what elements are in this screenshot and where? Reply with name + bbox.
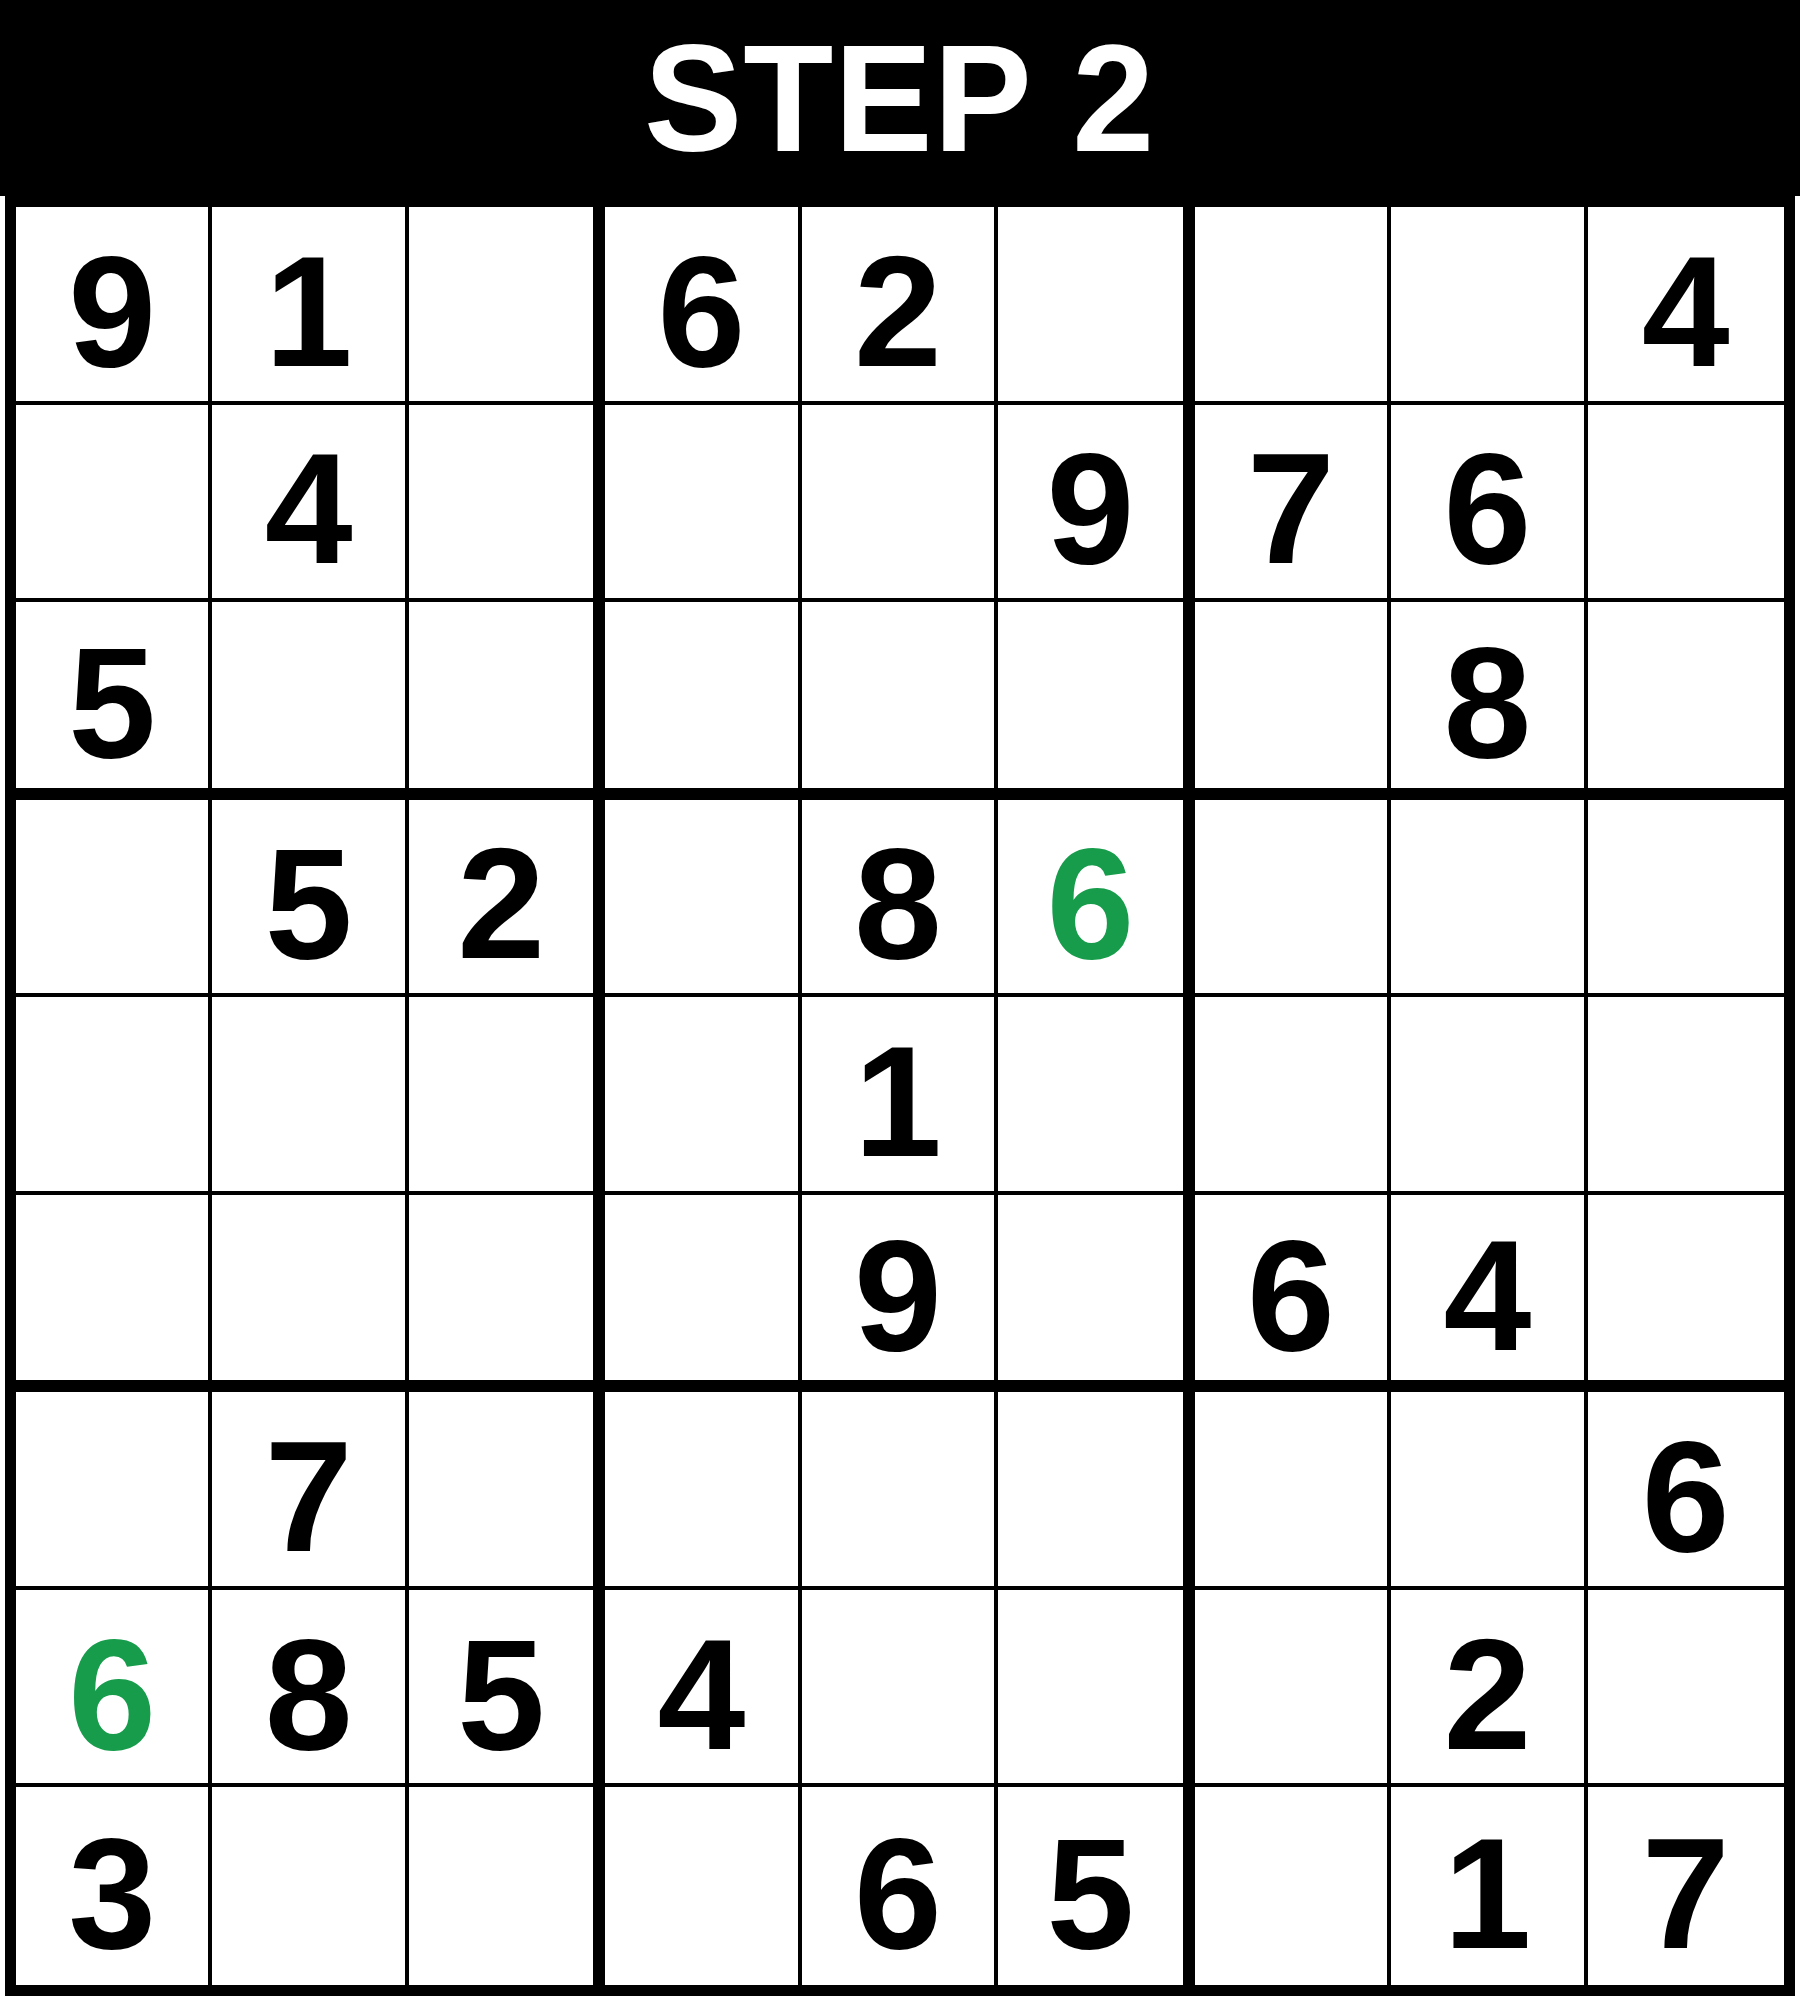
cell-r7c3: [409, 1392, 605, 1590]
cell-r8c7: [1195, 1590, 1391, 1788]
cell-r7c2: 7: [212, 1392, 408, 1590]
cell-r4c1: [16, 800, 212, 998]
cell-r3c1: 5: [16, 602, 212, 800]
cell-r4c5: 8: [802, 800, 998, 998]
cell-r1c1: 9: [16, 207, 212, 405]
sudoku-board: 9162449765852861964766854236517: [5, 196, 1795, 1996]
cell-r6c4: [605, 1195, 801, 1393]
cell-r9c2: [212, 1787, 408, 1985]
cell-r2c1: [16, 405, 212, 603]
cell-r9c6: 5: [998, 1787, 1194, 1985]
cell-r6c6: [998, 1195, 1194, 1393]
cell-r4c2: 5: [212, 800, 408, 998]
cell-r4c6: 6: [998, 800, 1194, 998]
cell-r4c4: [605, 800, 801, 998]
cell-r6c5: 9: [802, 1195, 998, 1393]
cell-r5c4: [605, 997, 801, 1195]
cell-r7c9: 6: [1588, 1392, 1784, 1590]
cell-r2c4: [605, 405, 801, 603]
cell-r3c7: [1195, 602, 1391, 800]
cell-r5c5: 1: [802, 997, 998, 1195]
cell-r5c3: [409, 997, 605, 1195]
cell-r1c4: 6: [605, 207, 801, 405]
cell-r1c6: [998, 207, 1194, 405]
cell-r9c5: 6: [802, 1787, 998, 1985]
cell-r7c7: [1195, 1392, 1391, 1590]
cell-r9c8: 1: [1391, 1787, 1587, 1985]
cell-r8c9: [1588, 1590, 1784, 1788]
cell-r5c6: [998, 997, 1194, 1195]
cell-r2c8: 6: [1391, 405, 1587, 603]
cell-r4c9: [1588, 800, 1784, 998]
cell-r2c2: 4: [212, 405, 408, 603]
cell-r8c6: [998, 1590, 1194, 1788]
cell-r1c7: [1195, 207, 1391, 405]
cell-r3c5: [802, 602, 998, 800]
cell-r3c2: [212, 602, 408, 800]
cell-r4c7: [1195, 800, 1391, 998]
cell-r3c4: [605, 602, 801, 800]
puzzle-title: STEP 2: [644, 22, 1155, 174]
cell-r6c2: [212, 1195, 408, 1393]
cell-r7c1: [16, 1392, 212, 1590]
cell-r9c1: 3: [16, 1787, 212, 1985]
cell-r1c8: [1391, 207, 1587, 405]
cell-r1c5: 2: [802, 207, 998, 405]
cell-r4c8: [1391, 800, 1587, 998]
cell-r8c8: 2: [1391, 1590, 1587, 1788]
cell-r2c9: [1588, 405, 1784, 603]
cell-r6c3: [409, 1195, 605, 1393]
cell-r2c3: [409, 405, 605, 603]
cell-r5c8: [1391, 997, 1587, 1195]
cell-r5c9: [1588, 997, 1784, 1195]
cell-r1c2: 1: [212, 207, 408, 405]
cell-r7c6: [998, 1392, 1194, 1590]
cell-r5c1: [16, 997, 212, 1195]
cell-r9c4: [605, 1787, 801, 1985]
cell-r8c3: 5: [409, 1590, 605, 1788]
cell-r6c1: [16, 1195, 212, 1393]
cell-r8c2: 8: [212, 1590, 408, 1788]
cell-r2c7: 7: [1195, 405, 1391, 603]
cell-r3c3: [409, 602, 605, 800]
title-bar: STEP 2: [0, 0, 1800, 196]
cell-r8c1: 6: [16, 1590, 212, 1788]
cell-r6c7: 6: [1195, 1195, 1391, 1393]
cell-r3c6: [998, 602, 1194, 800]
cell-r1c9: 4: [1588, 207, 1784, 405]
cell-r6c9: [1588, 1195, 1784, 1393]
cell-r7c5: [802, 1392, 998, 1590]
cell-r2c5: [802, 405, 998, 603]
cell-r8c5: [802, 1590, 998, 1788]
cell-r7c8: [1391, 1392, 1587, 1590]
cell-r8c4: 4: [605, 1590, 801, 1788]
cell-r9c3: [409, 1787, 605, 1985]
cell-r2c6: 9: [998, 405, 1194, 603]
cell-r3c9: [1588, 602, 1784, 800]
cell-r5c7: [1195, 997, 1391, 1195]
cell-r9c9: 7: [1588, 1787, 1784, 1985]
cell-r3c8: 8: [1391, 602, 1587, 800]
cell-r1c3: [409, 207, 605, 405]
cell-r5c2: [212, 997, 408, 1195]
cell-r6c8: 4: [1391, 1195, 1587, 1393]
cell-r4c3: 2: [409, 800, 605, 998]
cell-r9c7: [1195, 1787, 1391, 1985]
cell-r7c4: [605, 1392, 801, 1590]
